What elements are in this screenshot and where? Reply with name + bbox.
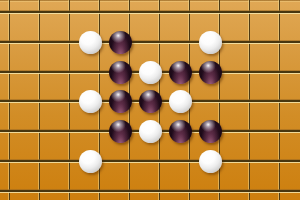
gomoku-board[interactable]	[0, 0, 300, 200]
black-stone[interactable]	[109, 120, 132, 143]
white-stone[interactable]	[139, 61, 162, 84]
white-stone[interactable]	[169, 90, 192, 113]
grid-line-h	[0, 10, 300, 14]
grid-line-h	[0, 40, 300, 44]
black-stone[interactable]	[169, 61, 192, 84]
black-stone[interactable]	[109, 31, 132, 54]
black-stone[interactable]	[169, 120, 192, 143]
white-stone[interactable]	[79, 150, 102, 173]
black-stone[interactable]	[139, 90, 162, 113]
board-top-edge	[0, 0, 300, 2]
grid-line-h	[0, 159, 300, 163]
grid-line-h	[0, 189, 300, 193]
black-stone[interactable]	[199, 120, 222, 143]
white-stone[interactable]	[79, 31, 102, 54]
black-stone[interactable]	[199, 61, 222, 84]
black-stone[interactable]	[109, 90, 132, 113]
white-stone[interactable]	[139, 120, 162, 143]
black-stone[interactable]	[109, 61, 132, 84]
white-stone[interactable]	[79, 90, 102, 113]
white-stone[interactable]	[199, 150, 222, 173]
white-stone[interactable]	[199, 31, 222, 54]
